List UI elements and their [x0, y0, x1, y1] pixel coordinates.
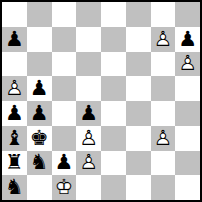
- black-rook-glyph: ♜: [2, 151, 27, 176]
- white-king-outline-glyph: ♔: [52, 175, 77, 200]
- white-pawn-outline-glyph: ♙: [175, 52, 200, 77]
- square-c8[interactable]: [52, 2, 77, 27]
- piece-black-knight: ♞: [2, 175, 27, 200]
- black-pawn-glyph: ♟: [27, 76, 52, 101]
- square-d1[interactable]: [76, 175, 101, 200]
- square-e5[interactable]: [101, 76, 126, 101]
- square-e1[interactable]: [101, 175, 126, 200]
- square-f1[interactable]: [126, 175, 151, 200]
- square-c7[interactable]: [52, 27, 77, 52]
- square-g8[interactable]: [151, 2, 176, 27]
- square-e3[interactable]: [101, 126, 126, 151]
- square-f6[interactable]: [126, 52, 151, 77]
- square-a5[interactable]: ♟♙: [2, 76, 27, 101]
- square-h1[interactable]: [175, 175, 200, 200]
- square-b3[interactable]: ♚: [27, 126, 52, 151]
- white-pawn-outline-glyph: ♙: [76, 151, 101, 176]
- square-g5[interactable]: [151, 76, 176, 101]
- piece-black-rook: ♜: [2, 151, 27, 176]
- square-h7[interactable]: ♟: [175, 27, 200, 52]
- piece-black-king: ♚: [27, 126, 52, 151]
- square-e7[interactable]: [101, 27, 126, 52]
- square-f7[interactable]: [126, 27, 151, 52]
- square-g7[interactable]: ♟♙: [151, 27, 176, 52]
- square-c4[interactable]: [52, 101, 77, 126]
- square-d4[interactable]: ♟: [76, 101, 101, 126]
- square-d5[interactable]: [76, 76, 101, 101]
- black-knight-glyph: ♞: [2, 175, 27, 200]
- piece-black-pawn: ♟: [52, 151, 77, 176]
- square-d3[interactable]: ♟♙: [76, 126, 101, 151]
- piece-white-pawn: ♟♙: [76, 151, 101, 176]
- square-h8[interactable]: [175, 2, 200, 27]
- square-a3[interactable]: ♝: [2, 126, 27, 151]
- square-b2[interactable]: ♞: [27, 151, 52, 176]
- piece-black-pawn: ♟: [76, 101, 101, 126]
- white-pawn-outline-glyph: ♙: [76, 126, 101, 151]
- square-d6[interactable]: [76, 52, 101, 77]
- white-pawn-outline-glyph: ♙: [151, 126, 176, 151]
- square-e6[interactable]: [101, 52, 126, 77]
- square-g4[interactable]: [151, 101, 176, 126]
- square-d8[interactable]: [76, 2, 101, 27]
- black-knight-glyph: ♞: [27, 151, 52, 176]
- piece-black-pawn: ♟: [2, 27, 27, 52]
- square-b8[interactable]: [27, 2, 52, 27]
- black-pawn-glyph: ♟: [2, 101, 27, 126]
- square-h3[interactable]: [175, 126, 200, 151]
- square-h4[interactable]: [175, 101, 200, 126]
- black-pawn-glyph: ♟: [2, 27, 27, 52]
- square-a8[interactable]: [2, 2, 27, 27]
- black-pawn-glyph: ♟: [76, 101, 101, 126]
- white-pawn-outline-glyph: ♙: [151, 27, 176, 52]
- square-b7[interactable]: [27, 27, 52, 52]
- square-c6[interactable]: [52, 52, 77, 77]
- square-g1[interactable]: [151, 175, 176, 200]
- square-h2[interactable]: [175, 151, 200, 176]
- square-c5[interactable]: [52, 76, 77, 101]
- square-e8[interactable]: [101, 2, 126, 27]
- square-c1[interactable]: ♚♔: [52, 175, 77, 200]
- square-f8[interactable]: [126, 2, 151, 27]
- piece-black-knight: ♞: [27, 151, 52, 176]
- piece-black-bishop: ♝: [2, 126, 27, 151]
- piece-white-king: ♚♔: [52, 175, 77, 200]
- square-f2[interactable]: [126, 151, 151, 176]
- square-a6[interactable]: [2, 52, 27, 77]
- square-f4[interactable]: [126, 101, 151, 126]
- piece-black-pawn: ♟: [175, 27, 200, 52]
- square-b1[interactable]: [27, 175, 52, 200]
- square-g3[interactable]: ♟♙: [151, 126, 176, 151]
- piece-white-pawn: ♟♙: [151, 27, 176, 52]
- square-a2[interactable]: ♜: [2, 151, 27, 176]
- piece-white-pawn: ♟♙: [151, 126, 176, 151]
- square-a4[interactable]: ♟: [2, 101, 27, 126]
- black-king-glyph: ♚: [27, 126, 52, 151]
- square-b6[interactable]: [27, 52, 52, 77]
- square-e2[interactable]: [101, 151, 126, 176]
- square-g6[interactable]: [151, 52, 176, 77]
- square-e4[interactable]: [101, 101, 126, 126]
- square-c2[interactable]: ♟: [52, 151, 77, 176]
- piece-black-pawn: ♟: [2, 101, 27, 126]
- square-f5[interactable]: [126, 76, 151, 101]
- piece-black-pawn: ♟: [27, 101, 52, 126]
- square-d7[interactable]: [76, 27, 101, 52]
- square-g2[interactable]: [151, 151, 176, 176]
- piece-white-pawn: ♟♙: [175, 52, 200, 77]
- square-a7[interactable]: ♟: [2, 27, 27, 52]
- square-h6[interactable]: ♟♙: [175, 52, 200, 77]
- black-pawn-glyph: ♟: [27, 101, 52, 126]
- black-pawn-glyph: ♟: [52, 151, 77, 176]
- piece-white-pawn: ♟♙: [2, 76, 27, 101]
- white-pawn-outline-glyph: ♙: [2, 76, 27, 101]
- square-f3[interactable]: [126, 126, 151, 151]
- square-b4[interactable]: ♟: [27, 101, 52, 126]
- black-bishop-glyph: ♝: [2, 126, 27, 151]
- square-d2[interactable]: ♟♙: [76, 151, 101, 176]
- black-pawn-glyph: ♟: [175, 27, 200, 52]
- chess-board: ♟♟♙♟♟♙♟♙♟♟♟♟♝♚♟♙♟♙♜♞♟♟♙♞♚♔: [0, 0, 202, 202]
- square-a1[interactable]: ♞: [2, 175, 27, 200]
- square-b5[interactable]: ♟: [27, 76, 52, 101]
- piece-white-pawn: ♟♙: [76, 126, 101, 151]
- square-h5[interactable]: [175, 76, 200, 101]
- square-c3[interactable]: [52, 126, 77, 151]
- piece-black-pawn: ♟: [27, 76, 52, 101]
